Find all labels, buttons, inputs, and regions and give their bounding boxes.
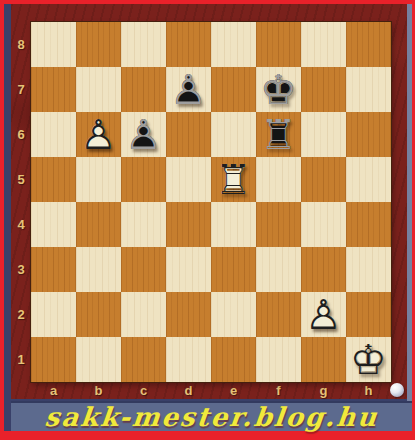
square-h6[interactable] [346, 112, 391, 157]
square-f5[interactable] [256, 157, 301, 202]
square-g3[interactable] [301, 247, 346, 292]
square-h1[interactable]: ♚♔ [346, 337, 391, 382]
square-h4[interactable] [346, 202, 391, 247]
square-a8[interactable] [31, 22, 76, 67]
square-a7[interactable] [31, 67, 76, 112]
square-d6[interactable] [166, 112, 211, 157]
square-b4[interactable] [76, 202, 121, 247]
white-pawn[interactable]: ♟♙ [76, 112, 121, 157]
rank-label-5: 5 [11, 157, 31, 202]
rank-label-6: 6 [11, 112, 31, 157]
square-d7[interactable]: ♟♙ [166, 67, 211, 112]
chess-diagram: 87654321 abcdefgh ♟♙♚♔♟♙♟♙♜♖♜♖♟♙♚♔ sakk-… [0, 0, 415, 440]
square-h7[interactable] [346, 67, 391, 112]
square-c7[interactable] [121, 67, 166, 112]
rank-labels: 87654321 [11, 22, 31, 382]
rank-label-7: 7 [11, 67, 31, 112]
file-label-g: g [301, 382, 346, 399]
black-king[interactable]: ♚♔ [256, 67, 301, 112]
square-g2[interactable]: ♟♙ [301, 292, 346, 337]
file-label-h: h [346, 382, 391, 399]
square-f2[interactable] [256, 292, 301, 337]
square-d1[interactable] [166, 337, 211, 382]
square-c1[interactable] [121, 337, 166, 382]
board: ♟♙♚♔♟♙♟♙♜♖♜♖♟♙♚♔ [31, 22, 391, 382]
square-d8[interactable] [166, 22, 211, 67]
square-g1[interactable] [301, 337, 346, 382]
rank-label-4: 4 [11, 202, 31, 247]
square-b6[interactable]: ♟♙ [76, 112, 121, 157]
square-b5[interactable] [76, 157, 121, 202]
footer-banner: sakk-mester.blog.hu [11, 401, 412, 431]
square-e7[interactable] [211, 67, 256, 112]
file-label-a: a [31, 382, 76, 399]
square-d2[interactable] [166, 292, 211, 337]
square-e5[interactable]: ♜♖ [211, 157, 256, 202]
square-c4[interactable] [121, 202, 166, 247]
blog-url-text: sakk-mester.blog.hu [43, 404, 379, 430]
square-f7[interactable]: ♚♔ [256, 67, 301, 112]
rank-label-3: 3 [11, 247, 31, 292]
square-g4[interactable] [301, 202, 346, 247]
square-b3[interactable] [76, 247, 121, 292]
square-e8[interactable] [211, 22, 256, 67]
file-label-c: c [121, 382, 166, 399]
square-d5[interactable] [166, 157, 211, 202]
rank-label-8: 8 [11, 22, 31, 67]
square-a4[interactable] [31, 202, 76, 247]
square-f4[interactable] [256, 202, 301, 247]
square-a1[interactable] [31, 337, 76, 382]
square-f6[interactable]: ♜♖ [256, 112, 301, 157]
square-a6[interactable] [31, 112, 76, 157]
file-label-e: e [211, 382, 256, 399]
square-g5[interactable] [301, 157, 346, 202]
square-d4[interactable] [166, 202, 211, 247]
square-c8[interactable] [121, 22, 166, 67]
white-pawn[interactable]: ♟♙ [301, 292, 346, 337]
right-edge-strip [407, 4, 412, 401]
file-label-d: d [166, 382, 211, 399]
square-a2[interactable] [31, 292, 76, 337]
square-c5[interactable] [121, 157, 166, 202]
square-g6[interactable] [301, 112, 346, 157]
square-e3[interactable] [211, 247, 256, 292]
square-b1[interactable] [76, 337, 121, 382]
square-a5[interactable] [31, 157, 76, 202]
square-a3[interactable] [31, 247, 76, 292]
rank-label-1: 1 [11, 337, 31, 382]
square-c3[interactable] [121, 247, 166, 292]
square-d3[interactable] [166, 247, 211, 292]
square-b7[interactable] [76, 67, 121, 112]
white-to-move-indicator [390, 383, 404, 397]
file-label-f: f [256, 382, 301, 399]
square-c2[interactable] [121, 292, 166, 337]
square-e4[interactable] [211, 202, 256, 247]
square-h5[interactable] [346, 157, 391, 202]
file-labels: abcdefgh [31, 382, 391, 399]
square-f8[interactable] [256, 22, 301, 67]
black-pawn[interactable]: ♟♙ [121, 112, 166, 157]
diagram-backing: 87654321 abcdefgh ♟♙♚♔♟♙♟♙♜♖♜♖♟♙♚♔ sakk-… [4, 4, 412, 431]
square-g7[interactable] [301, 67, 346, 112]
rank-label-2: 2 [11, 292, 31, 337]
square-e2[interactable] [211, 292, 256, 337]
square-h3[interactable] [346, 247, 391, 292]
square-h8[interactable] [346, 22, 391, 67]
board-frame: 87654321 abcdefgh ♟♙♚♔♟♙♟♙♜♖♜♖♟♙♚♔ [11, 4, 407, 399]
white-rook[interactable]: ♜♖ [211, 157, 256, 202]
black-pawn[interactable]: ♟♙ [166, 67, 211, 112]
black-rook[interactable]: ♜♖ [256, 112, 301, 157]
square-h2[interactable] [346, 292, 391, 337]
square-f1[interactable] [256, 337, 301, 382]
white-king[interactable]: ♚♔ [346, 337, 391, 382]
square-f3[interactable] [256, 247, 301, 292]
square-b8[interactable] [76, 22, 121, 67]
square-c6[interactable]: ♟♙ [121, 112, 166, 157]
square-e1[interactable] [211, 337, 256, 382]
square-e6[interactable] [211, 112, 256, 157]
file-label-b: b [76, 382, 121, 399]
square-b2[interactable] [76, 292, 121, 337]
square-g8[interactable] [301, 22, 346, 67]
